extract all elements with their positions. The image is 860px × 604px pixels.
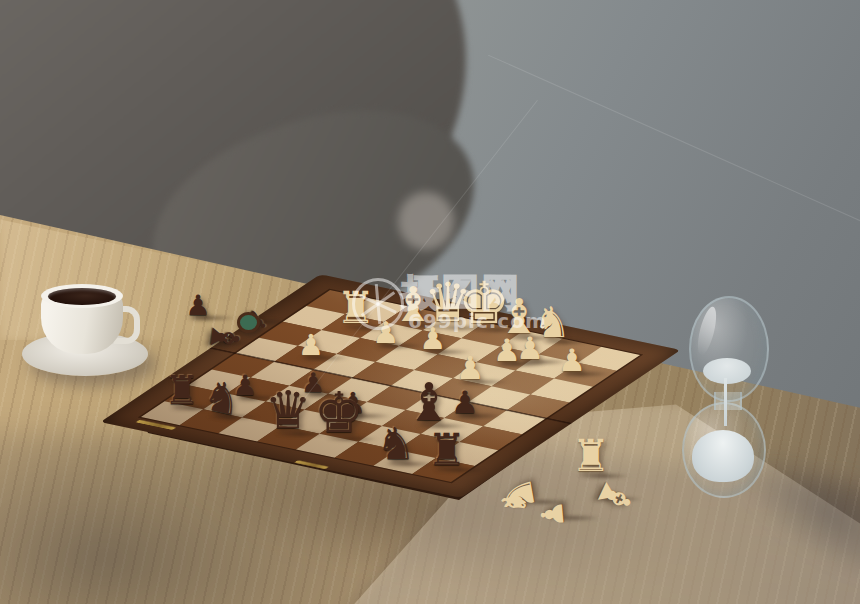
hourglass-sand-top (703, 358, 751, 384)
armchair-highlight (398, 192, 454, 250)
captured-white-pawn[interactable]: ♟ (516, 490, 606, 520)
white-pawn-h2[interactable]: ♟ (527, 345, 617, 376)
white-pawn-b3[interactable]: ♟ (266, 331, 356, 360)
hourglass-sand-stream (724, 378, 727, 426)
captured-black-bishop[interactable]: ♝ (169, 307, 259, 345)
photo-scene: ♜♝♛♚♝♞♟♟♟♟♟♟♟♜♞♛♚♜♟♟♞♟♝♟♟♝♟♜♞♟♝ 摄图网 699p… (0, 0, 860, 604)
hourglass-sand-bottom (692, 430, 754, 482)
black-coffee (48, 288, 116, 305)
black-rook-h8[interactable]: ♜ (402, 428, 492, 472)
